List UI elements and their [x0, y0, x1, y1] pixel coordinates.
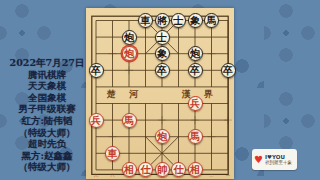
info-line: 黑方:赵鑫鑫 [6, 150, 88, 162]
piece-black-馬[interactable]: 馬 [204, 13, 219, 28]
piece-black-將[interactable]: 將 [155, 13, 170, 28]
piece-black-象[interactable]: 象 [188, 13, 203, 28]
piece-black-士[interactable]: 士 [171, 13, 186, 28]
info-line: 2022年7月27日 [6, 57, 88, 69]
coord-label: 二 [209, 173, 214, 178]
match-info-panel: 2022年7月27日腾讯棋牌天天象棋全国象棋男子甲级联赛红方:陆伟韬（特级大师）… [6, 57, 88, 173]
piece-red-馬[interactable]: 馬 [122, 113, 137, 128]
info-line: 男子甲级联赛 [6, 103, 88, 115]
river-label-chu-he: 楚 河 [107, 88, 143, 101]
piece-black-士[interactable]: 士 [155, 30, 170, 45]
info-line: 超时先负 [6, 138, 88, 150]
piece-black-象[interactable]: 象 [155, 46, 170, 61]
piece-black-卒[interactable]: 卒 [89, 63, 104, 78]
coord-label: 一 [226, 173, 231, 178]
river-labels: 楚 河 漢 界 [86, 88, 234, 101]
info-line: （特级大师） [6, 127, 88, 139]
info-line: （特级大师） [6, 161, 88, 173]
info-line: 红方:陆伟韬 [6, 115, 88, 127]
piece-black-炮[interactable]: 炮 [188, 46, 203, 61]
coord-label: 八 [110, 173, 115, 178]
channel-watermark: ♥ I♥YOU 棋到握至十象 [252, 149, 297, 170]
piece-black-卒[interactable]: 卒 [188, 63, 203, 78]
piece-red-炮[interactable]: 炮 [155, 129, 170, 144]
xiangqi-board[interactable]: 楚 河 漢 界 九八七六五四三二一 車將士象馬炮士炮象炮卒卒卒卒兵兵馬炮馬車相仕… [86, 8, 234, 179]
piece-red-相[interactable]: 相 [122, 162, 137, 177]
piece-black-卒[interactable]: 卒 [221, 63, 236, 78]
piece-red-馬[interactable]: 馬 [188, 129, 203, 144]
piece-red-車[interactable]: 車 [105, 146, 120, 161]
piece-red-炮[interactable]: 炮 [122, 46, 137, 61]
video-frame-background: 2022年7月27日腾讯棋牌天天象棋全国象棋男子甲级联赛红方:陆伟韬（特级大师）… [0, 0, 320, 180]
info-line: 腾讯棋牌 [6, 69, 88, 81]
watermark-line2: 棋到握至十象 [265, 160, 292, 166]
piece-red-帥[interactable]: 帥 [155, 162, 170, 177]
piece-black-車[interactable]: 車 [138, 13, 153, 28]
piece-black-炮[interactable]: 炮 [122, 30, 137, 45]
piece-red-相[interactable]: 相 [188, 162, 203, 177]
piece-black-卒[interactable]: 卒 [155, 63, 170, 78]
info-line: 全国象棋 [6, 92, 88, 104]
info-line: 天天象棋 [6, 80, 88, 92]
piece-red-兵[interactable]: 兵 [89, 113, 104, 128]
piece-red-兵[interactable]: 兵 [188, 96, 203, 111]
coord-label: 九 [94, 173, 99, 178]
heart-icon: ♥ [254, 155, 263, 165]
